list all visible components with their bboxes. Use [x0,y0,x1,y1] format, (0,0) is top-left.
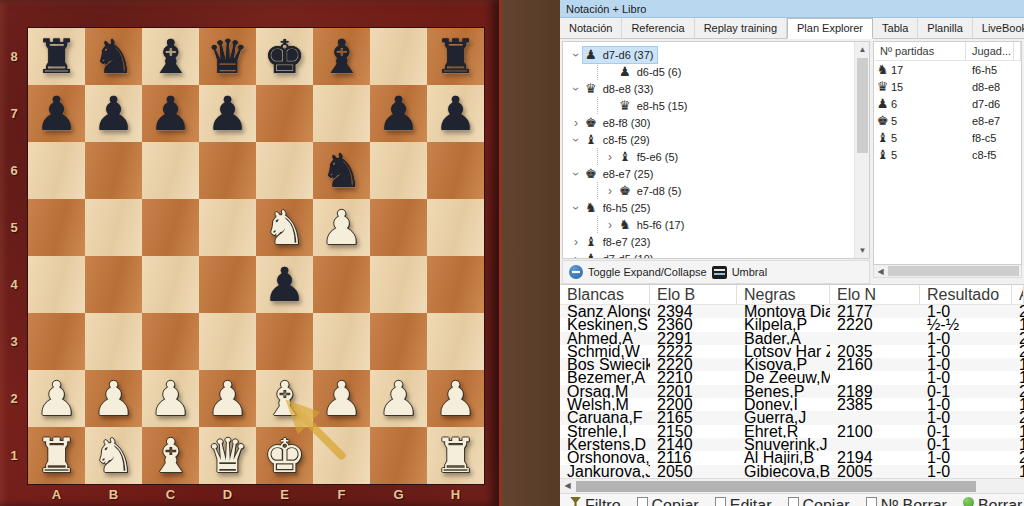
chevron-down-icon[interactable]: › [569,48,583,62]
rank-label: 7 [0,85,28,142]
games-col-a[interactable]: A [1012,285,1024,304]
white-elo: 2200 [650,398,737,411]
square-e8[interactable]: ♚ [256,28,313,85]
tree-item[interactable]: ♟d7-d5 (19) [583,251,657,259]
plan-move-label: e7-d8 (5) [637,185,682,197]
piece-black-rook[interactable]: ♜ [35,28,77,85]
white-player: Keskinen,S [560,318,650,331]
square-a2[interactable]: ♟ [28,370,85,427]
plan-move-label: d6-d5 (6) [637,66,682,78]
black-player: Gibiecova,B [737,465,830,478]
piece-black-queen[interactable]: ♛ [206,28,248,85]
games-col-resultado[interactable]: Resultado [920,285,1012,304]
book-rows: ♞17f6-h5♛15d8-e8♟6d7-d6♚5e8-e7♝5f8-c5♝5c… [874,61,1021,163]
chevron-right-icon[interactable]: › [603,184,617,198]
bishop-icon: ♝ [585,133,597,147]
copiar-button[interactable]: Copiar [788,497,850,506]
piece-black-pawn[interactable]: ♟ [206,85,248,142]
piece-white-knight[interactable]: ♞ [92,427,134,484]
white-player: Bos Swiecik,I [560,358,650,371]
editar-button[interactable]: Editar [715,497,772,506]
black-player: Snuverink,J [737,438,830,451]
white-elo: 2050 [650,465,737,478]
piece-black-pawn[interactable]: ♟ [92,85,134,142]
tree-vertical-scrollbar[interactable]: ▲ ▼ [854,42,869,258]
piece-black-rook[interactable]: ♜ [434,28,476,85]
tree-item[interactable]: ♚e7-d8 (5) [617,183,685,199]
umbral-icon[interactable] [712,266,727,279]
game-row[interactable]: Orshonova,E2116Al Hajiri,B21941-020 [560,451,1024,464]
games-col-elo-n[interactable]: Elo N [830,285,920,304]
piece-white-bishop[interactable]: ♝ [149,427,191,484]
square-g1[interactable] [370,427,427,484]
tree-item[interactable]: ♛e8-h5 (15) [617,98,691,114]
square-f2[interactable]: ♟ [313,370,370,427]
toggle-expand-collapse-icon[interactable] [569,265,583,279]
tree-item[interactable]: ♞f6-h5 (25) [583,200,654,216]
tree-item[interactable]: ♝f8-e7 (23) [583,234,654,250]
square-c4[interactable] [142,256,199,313]
file-label: B [85,484,142,504]
game-row[interactable]: Schmid,W2222Lotsov Har Zaha..20351-020 [560,345,1024,358]
square-a6[interactable] [28,142,85,199]
black-player: Ehret,R [737,425,830,438]
square-h8[interactable]: ♜ [427,28,484,85]
chevron-down-icon[interactable]: › [569,82,583,96]
knight-icon: ♞ [619,218,631,232]
year: 19 [1012,465,1024,478]
square-b8[interactable]: ♞ [85,28,142,85]
book-move-row[interactable]: ♟6d7-d6 [874,95,1021,112]
square-c6[interactable] [142,142,199,199]
king-icon: ♚ [619,184,631,198]
pawn-icon: ♟ [585,48,597,62]
square-g4[interactable] [370,256,427,313]
square-d4[interactable] [199,256,256,313]
book-move: d8-e8 [966,81,1014,93]
tab-livebook[interactable]: LiveBook [973,18,1024,38]
piece-white-pawn[interactable]: ♟ [320,199,362,256]
square-d3[interactable] [199,313,256,370]
chevron-down-icon[interactable]: › [569,167,583,181]
tab-plan-explorer[interactable]: Plan Explorer [787,18,873,39]
plan-node-d7-d6[interactable]: ›♟d7-d6 (37) [563,46,854,63]
square-a4[interactable] [28,256,85,313]
number-icon [866,497,877,506]
piece-white-queen[interactable]: ♛ [206,427,248,484]
square-e1[interactable]: ♚ [256,427,313,484]
white-player: Schmid,W [560,345,650,358]
tab-planilla[interactable]: Planilla [918,18,972,38]
toolbar-label: Editar [730,497,772,506]
piece-black-pawn[interactable]: ♟ [377,85,419,142]
chevron-down-icon[interactable]: › [569,201,583,215]
plan-move-label: d7-d6 (37) [603,49,654,61]
square-a5[interactable] [28,199,85,256]
game-count: 5 [891,149,966,161]
square-g3[interactable] [370,313,427,370]
game-row[interactable]: Caruana,F2165Guerra,J1-020 [560,411,1024,424]
result: 1-0 [920,345,1012,358]
square-c1[interactable]: ♝ [142,427,199,484]
square-g2[interactable]: ♟ [370,370,427,427]
king-icon: ♚ [585,116,597,130]
toolbar-label: Filtro [585,497,621,506]
black-player: Lotsov Har Zaha.. [737,345,830,358]
square-a3[interactable] [28,313,85,370]
plan-move-label: e8-f8 (30) [603,117,651,129]
square-a7[interactable]: ♟ [28,85,85,142]
filter-icon [570,497,581,506]
piece-black-knight[interactable]: ♞ [92,28,134,85]
chevron-right-icon[interactable]: › [603,150,617,164]
result: 1-0 [920,305,1012,318]
game-row[interactable]: Sanz Alonso,F2394Montoya Diaz,C21771-020 [560,305,1024,318]
piece-black-knight[interactable]: ♞ [320,142,362,199]
games-col-negras[interactable]: Negras [737,285,830,304]
plan-tree-column: ›♟d7-d6 (37)♟d6-d5 (6)›♛d8-e8 (33)♛e8-h5… [562,41,870,284]
piece-black-pawn[interactable]: ♟ [263,256,305,313]
plan-move-label: d8-e8 (33) [603,83,654,95]
toggle-expand-collapse-button[interactable]: Toggle Expand/Collapse [588,266,707,278]
book-col-extra [1014,42,1021,61]
borrar-button[interactable]: Borrar [963,497,1022,506]
tree-item[interactable]: ♚e8-f8 (30) [583,115,654,131]
square-d6[interactable] [199,142,256,199]
result: 0-1 [920,425,1012,438]
plan-node-d8-e8[interactable]: ›♛d8-e8 (33) [563,80,854,97]
book-move: f8-c5 [966,132,1014,144]
square-c5[interactable] [142,199,199,256]
book-col-games[interactable]: Nº partidas [874,42,966,61]
year: 19 [1012,398,1024,411]
year: 19 [1012,425,1024,438]
black-elo: 2220 [830,318,920,331]
knight-icon: ♞ [585,201,597,215]
square-b3[interactable] [85,313,142,370]
game-row[interactable]: Keskinen,S2360Kilpela,P2220½-½19 [560,318,1024,331]
white-player: Jankurova,J [560,465,650,478]
queen-icon: ♛ [585,82,597,96]
black-player: Kisova,P [737,358,830,371]
game-row[interactable]: Welsh,M2200Donev,I23851-019 [560,398,1024,411]
plan-node-d7-d5[interactable]: ›♟d7-d5 (19) [563,250,854,258]
tree-item[interactable]: ♞h5-f6 (17) [617,217,688,233]
square-a1[interactable]: ♜ [28,427,85,484]
tree-item[interactable]: ♟d6-d5 (6) [617,64,685,80]
square-h2[interactable]: ♟ [427,370,484,427]
piece-black-pawn[interactable]: ♟ [434,85,476,142]
file-label: C [142,484,199,504]
plan-node-f5-e6[interactable]: ›♝f5-e6 (5) [563,148,854,165]
year: 19 [1012,358,1024,371]
games-col-blancas[interactable]: Blancas [560,285,650,304]
tree-guide-line [597,97,598,114]
game-row[interactable]: Jankurova,J2050Gibiecova,B20051-019 [560,465,1024,478]
game-row[interactable]: Ahmed,A2291Bader,A1-020 [560,332,1024,345]
umbral-button[interactable]: Umbral [732,266,767,278]
piece-black-bishop[interactable]: ♝ [149,28,191,85]
black-elo: 2100 [830,425,920,438]
result: 1-0 [920,358,1012,371]
tree-item[interactable]: ♝c8-f5 (29) [583,132,654,148]
king-icon: ♚ [874,113,891,128]
square-h5[interactable] [427,199,484,256]
white-elo: 2165 [650,411,737,424]
white-elo: 2360 [650,318,737,331]
tree-guide-line [597,148,598,165]
piece-white-pawn[interactable]: ♟ [377,370,419,427]
year: 20 [1012,345,1024,358]
tab-tabla[interactable]: Tabla [873,18,918,38]
piece-black-bishop[interactable]: ♝ [320,28,362,85]
square-d1[interactable]: ♛ [199,427,256,484]
white-player: Kerstens,D [560,438,650,451]
tree-guide-line [597,63,598,80]
black-elo: 2035 [830,345,920,358]
square-b5[interactable] [85,199,142,256]
game-row[interactable]: Bezemer,A2210De Zeeuw,M1-019 [560,371,1024,384]
scrollbar-thumb[interactable] [888,266,1019,276]
plan-node-e7-d8[interactable]: ›♚e7-d8 (5) [563,182,854,199]
plan-move-label: e8-e7 (25) [603,168,654,180]
white-player: Ahmed,A [560,332,650,345]
square-f3[interactable] [313,313,370,370]
white-elo: 2140 [650,438,737,451]
square-f5[interactable]: ♟ [313,199,370,256]
book-move-row[interactable]: ♞17f6-h5 [874,61,1021,78]
game-count: 5 [891,115,966,127]
pane-title: Notación + Libro [560,0,1024,18]
square-e2[interactable]: ♝ [256,370,313,427]
square-e7[interactable] [256,85,313,142]
tree-guide-line [597,216,598,233]
square-b2[interactable]: ♟ [85,370,142,427]
plan-node-h5-f6[interactable]: ›♞h5-f6 (17) [563,216,854,233]
piece-white-pawn[interactable]: ♟ [35,370,77,427]
file-label: G [370,484,427,504]
piece-black-pawn[interactable]: ♟ [149,85,191,142]
chevron-right-icon[interactable]: › [603,218,617,232]
file-label: F [313,484,370,504]
tab-replay-training[interactable]: Replay training [695,18,787,38]
tree-item[interactable]: ♝f5-e6 (5) [617,149,682,165]
result: 1-0 [920,371,1012,384]
year: 20 [1012,332,1024,345]
square-f8[interactable]: ♝ [313,28,370,85]
games-table-body: Sanz Alonso,F2394Montoya Diaz,C21771-020… [560,305,1024,478]
edit-icon [715,497,726,506]
square-c7[interactable]: ♟ [142,85,199,142]
square-a8[interactable]: ♜ [28,28,85,85]
square-g8[interactable] [370,28,427,85]
copiar-button[interactable]: Copiar [637,497,699,506]
games-col-elo-b[interactable]: Elo B [650,285,737,304]
plan-move-label: h5-f6 (17) [637,219,685,231]
black-player: De Zeeuw,M [737,371,830,384]
square-h4[interactable] [427,256,484,313]
game-row[interactable]: Kerstens,D2140Snuverink,J0-119 [560,438,1024,451]
white-elo: 2201 [650,385,737,398]
year: 20 [1012,451,1024,464]
year: 19 [1012,318,1024,331]
black-player: Montoya Diaz,C [737,305,830,318]
square-d2[interactable]: ♟ [199,370,256,427]
book-move-row[interactable]: ♝5c8-f5 [874,146,1021,163]
plan-node-f8-e7[interactable]: ›♝f8-e7 (23) [563,233,854,250]
square-d5[interactable] [199,199,256,256]
tab-referencia[interactable]: Referencia [622,18,694,38]
black-elo [830,438,920,451]
plan-node-e8-h5[interactable]: ♛e8-h5 (15) [563,97,854,114]
square-g5[interactable] [370,199,427,256]
scrollbar-thumb[interactable] [576,481,976,492]
square-e4[interactable]: ♟ [256,256,313,313]
tree-toolbar: Toggle Expand/Collapse Umbral [562,260,870,284]
square-g7[interactable]: ♟ [370,85,427,142]
tab-notaci-n[interactable]: Notación [560,18,622,38]
toolbar-label: Copiar [652,497,699,506]
board-area: 87654321 ABCDEFGH ♜♞♝♛♚♝♜♟♟♟♟♟♟♞♞♟♟♟♟♟♟♝… [0,0,560,506]
black-player: Kilpela,P [737,318,830,331]
square-e6[interactable] [256,142,313,199]
file-label: D [199,484,256,504]
scroll-left-icon[interactable]: ◀ [560,481,575,490]
white-elo: 2394 [650,305,737,318]
square-h3[interactable] [427,313,484,370]
result: 1-0 [920,398,1012,411]
square-c3[interactable] [142,313,199,370]
bishop-icon: ♝ [874,147,891,162]
square-h6[interactable] [427,142,484,199]
square-f6[interactable]: ♞ [313,142,370,199]
chevron-down-icon[interactable]: › [569,133,583,147]
book-move-row[interactable]: ♛15d8-e8 [874,78,1021,95]
square-h7[interactable]: ♟ [427,85,484,142]
book-panel: Nº partidas Jugad... ♞17f6-h5♛15d8-e8♟6d… [873,41,1022,265]
piece-white-rook[interactable]: ♜ [35,427,77,484]
square-g6[interactable] [370,142,427,199]
white-player: Strehle,I [560,425,650,438]
square-f1[interactable] [313,427,370,484]
piece-white-bishop[interactable]: ♝ [263,370,305,427]
scroll-left-icon[interactable]: ◀ [874,267,887,276]
square-c2[interactable]: ♟ [142,370,199,427]
bishop-icon: ♝ [619,150,631,164]
plan-node-d6-d5[interactable]: ♟d6-d5 (6) [563,63,854,80]
square-c8[interactable]: ♝ [142,28,199,85]
king-icon: ♚ [585,167,597,181]
black-elo [830,411,920,424]
book-move: c8-f5 [966,149,1014,161]
copy-icon [788,497,799,506]
games-horizontal-scrollbar[interactable]: ◀ [560,478,1024,493]
square-d8[interactable]: ♛ [199,28,256,85]
file-labels: ABCDEFGH [28,484,484,504]
square-b4[interactable] [85,256,142,313]
white-elo: 2291 [650,332,737,345]
plan-move-label: f5-e6 (5) [637,151,679,163]
bishop-icon: ♝ [585,235,597,249]
book-move-row[interactable]: ♚5e8-e7 [874,112,1021,129]
games-table: BlancasElo BNegrasElo NResultadoA Sanz A… [560,284,1024,506]
plan-node-f6-h5[interactable]: ›♞f6-h5 (25) [563,199,854,216]
tree-item[interactable]: ♚e8-e7 (25) [583,166,657,182]
game-row[interactable]: Strehle,I2150Ehret,R21000-119 [560,425,1024,438]
black-elo: 2160 [830,358,920,371]
toolbar-label: Nº Borrar [881,497,947,506]
rank-label: 3 [0,313,28,370]
chevron-right-icon[interactable]: › [569,252,583,259]
square-d7[interactable]: ♟ [199,85,256,142]
game-row[interactable]: Bos Swiecik,I2220Kisova,P21601-019 [560,358,1024,371]
piece-white-pawn[interactable]: ♟ [149,370,191,427]
black-elo: 2194 [830,451,920,464]
games-table-header: BlancasElo BNegrasElo NResultadoA [560,285,1024,305]
square-e5[interactable]: ♞ [256,199,313,256]
piece-white-rook[interactable]: ♜ [434,427,476,484]
year: 20 [1012,305,1024,318]
black-player: Donev,I [737,398,830,411]
n-borrar-button[interactable]: Nº Borrar [866,497,947,506]
piece-white-pawn[interactable]: ♟ [92,370,134,427]
piece-white-pawn[interactable]: ♟ [434,370,476,427]
scroll-up-icon[interactable]: ▲ [855,42,870,57]
copy-icon [637,497,648,506]
tree-item[interactable]: ♟d7-d6 (37) [583,47,657,63]
book-col-moves[interactable]: Jugad... [966,42,1014,61]
knight-icon: ♞ [874,62,891,77]
square-b7[interactable]: ♟ [85,85,142,142]
game-row[interactable]: Orsag,M2201Benes,P21890-120 [560,385,1024,398]
book-move-row[interactable]: ♝5f8-c5 [874,129,1021,146]
white-player: Bezemer,A [560,371,650,384]
tree-item[interactable]: ♛d8-e8 (33) [583,81,657,97]
scroll-down-icon[interactable]: ▼ [855,243,870,258]
book-horizontal-scrollbar[interactable]: ◀ [873,265,1022,278]
piece-white-pawn[interactable]: ♟ [206,370,248,427]
chevron-right-icon[interactable]: › [569,235,583,249]
chevron-right-icon[interactable]: › [569,116,583,130]
filtro-button[interactable]: Filtro [570,497,621,506]
result: 1-0 [920,465,1012,478]
plan-node-c8-f5[interactable]: ›♝c8-f5 (29) [563,131,854,148]
scrollbar-thumb[interactable] [857,58,868,153]
piece-black-pawn[interactable]: ♟ [35,85,77,142]
square-b1[interactable]: ♞ [85,427,142,484]
rank-label: 4 [0,256,28,313]
piece-white-knight[interactable]: ♞ [263,199,305,256]
plan-node-e8-f8[interactable]: ›♚e8-f8 (30) [563,114,854,131]
square-h1[interactable]: ♜ [427,427,484,484]
piece-black-king[interactable]: ♚ [263,28,305,85]
game-count: 6 [891,98,966,110]
white-elo: 2210 [650,371,737,384]
piece-white-pawn[interactable]: ♟ [320,370,362,427]
square-b6[interactable] [85,142,142,199]
piece-white-king[interactable]: ♚ [263,427,305,484]
result: 1-0 [920,411,1012,424]
white-elo: 2116 [650,451,737,464]
pawn-icon: ♟ [585,252,597,259]
square-e3[interactable] [256,313,313,370]
pawn-icon: ♟ [874,96,891,111]
rank-label: 6 [0,142,28,199]
square-f4[interactable] [313,256,370,313]
square-f7[interactable] [313,85,370,142]
game-count: 5 [891,132,966,144]
plan-node-e8-e7[interactable]: ›♚e8-e7 (25) [563,165,854,182]
